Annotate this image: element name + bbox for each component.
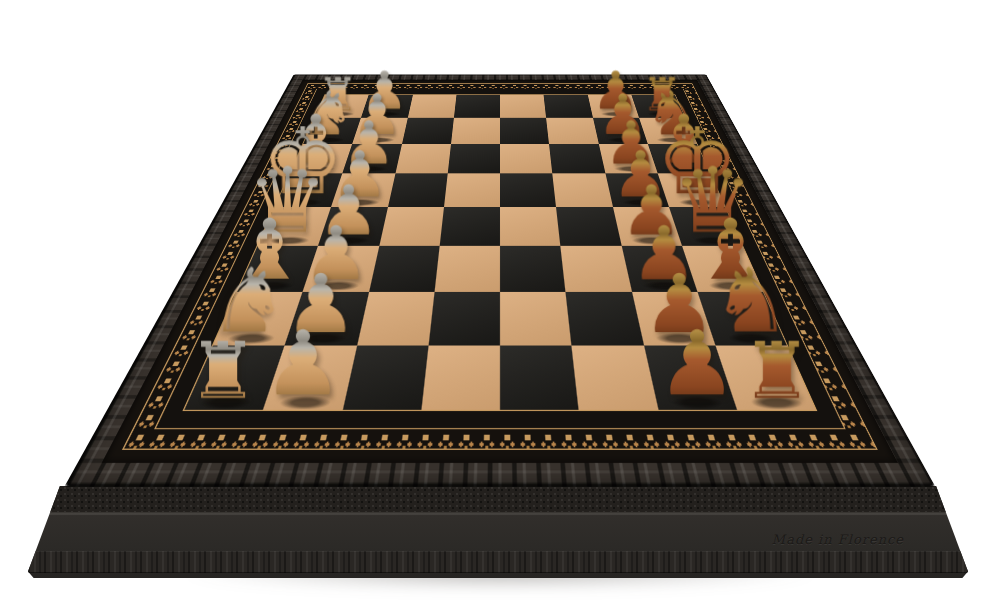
- pieces-grid: ♜♟♟♜♞♟♟♞♝♟♟♝♚♟♟♚♛♟♟♛♝♟♟♝♞♟♟♞♜♟♟♜: [182, 94, 817, 411]
- board-3d-scene: ♜♟♟♜♞♟♟♞♝♟♟♝♚♟♟♚♛♟♟♛♝♟♟♝♞♟♟♞♜♟♟♜: [0, 0, 1000, 613]
- cell-c4: [434, 246, 500, 292]
- piece-white-pawn-a2[interactable]: ♟: [262, 322, 342, 407]
- cell-b4: [428, 292, 500, 346]
- piece-white-rook-a1[interactable]: ♜: [188, 333, 258, 407]
- cell-a3: [341, 346, 428, 411]
- cell-f6: [549, 144, 605, 174]
- photo-scene: Made in Florence ♜♟♟♜♞♟♟♞♝♟♟♝♚♟♟♚♛♟♟♛♝♟♟…: [0, 0, 1000, 613]
- cell-e4: [444, 173, 501, 207]
- piece-black-rook-a8[interactable]: ♜: [741, 333, 811, 407]
- cell-c5: [500, 246, 566, 292]
- cell-b3: [356, 292, 434, 346]
- cell-c6: [561, 246, 632, 292]
- piece-black-pawn-a7[interactable]: ♟: [657, 322, 737, 407]
- chessboard: ♜♟♟♜♞♟♟♞♝♟♟♝♚♟♟♚♛♟♟♛♝♟♟♝♞♟♟♞♜♟♟♜: [182, 94, 817, 411]
- cell-b6: [566, 292, 644, 346]
- cell-c3: [368, 246, 439, 292]
- cell-a7: ♟: [644, 346, 738, 411]
- cell-f3: [395, 144, 451, 174]
- cell-e6: [553, 173, 613, 207]
- chessboard-lid: ♜♟♟♜♞♟♟♞♝♟♟♝♚♟♟♚♛♟♟♛♝♟♟♝♞♟♟♞♜♟♟♜: [64, 74, 936, 487]
- cell-a4: [421, 346, 500, 411]
- cell-e3: [387, 173, 447, 207]
- cell-a2: ♟: [262, 346, 356, 411]
- cell-a5: [500, 346, 579, 411]
- cell-f5: [500, 144, 553, 174]
- cell-f4: [447, 144, 500, 174]
- cell-e5: [500, 173, 557, 207]
- cell-b5: [500, 292, 572, 346]
